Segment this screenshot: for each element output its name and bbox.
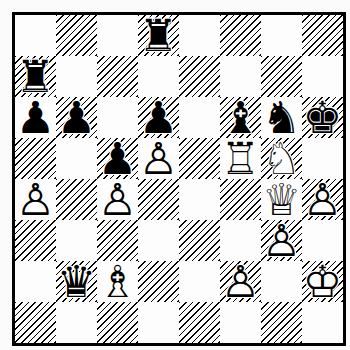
square-b5[interactable]	[56, 138, 97, 179]
square-h7[interactable]	[302, 56, 343, 97]
black-rook-glyph: ♜	[139, 14, 178, 58]
chess-diagram: ♜♜♜♜♟♟♟♟♟♟♝♝♞♞♚♚♟♟♟♙♜♖♞♘♟♙♟♙♛♕♟♙♟♙♛♛♝♗♟♙…	[0, 0, 350, 350]
piece-white-pawn[interactable]: ♟♙	[302, 179, 343, 220]
square-d7[interactable]	[138, 56, 179, 97]
board-frame: ♜♜♜♜♟♟♟♟♟♟♝♝♞♞♚♚♟♟♟♙♜♖♞♘♟♙♟♙♛♕♟♙♟♙♛♛♝♗♟♙…	[12, 12, 346, 346]
square-g4[interactable]: ♛♕	[261, 179, 302, 220]
square-e2[interactable]	[179, 261, 220, 302]
square-h5[interactable]	[302, 138, 343, 179]
square-c1[interactable]	[97, 302, 138, 343]
square-a1[interactable]	[15, 302, 56, 343]
square-f7[interactable]	[220, 56, 261, 97]
square-d8[interactable]: ♜♜	[138, 15, 179, 56]
square-g8[interactable]	[261, 15, 302, 56]
square-b6[interactable]: ♟♟	[56, 97, 97, 138]
square-b7[interactable]	[56, 56, 97, 97]
piece-white-pawn[interactable]: ♟♙	[261, 220, 302, 261]
square-b3[interactable]	[56, 220, 97, 261]
square-e4[interactable]	[179, 179, 220, 220]
square-c2[interactable]: ♝♗	[97, 261, 138, 302]
square-h1[interactable]	[302, 302, 343, 343]
white-rook-glyph: ♖	[221, 137, 260, 181]
square-e8[interactable]	[179, 15, 220, 56]
square-f5[interactable]: ♜♖	[220, 138, 261, 179]
white-pawn-glyph: ♙	[303, 178, 342, 222]
square-d6[interactable]: ♟♟	[138, 97, 179, 138]
piece-white-bishop[interactable]: ♝♗	[97, 261, 138, 302]
square-d3[interactable]	[138, 220, 179, 261]
piece-white-king[interactable]: ♚♔	[302, 261, 343, 302]
square-b8[interactable]	[56, 15, 97, 56]
square-h4[interactable]: ♟♙	[302, 179, 343, 220]
white-bishop-glyph: ♗	[98, 260, 137, 304]
square-f8[interactable]	[220, 15, 261, 56]
square-f4[interactable]	[220, 179, 261, 220]
square-a6[interactable]: ♟♟	[15, 97, 56, 138]
chess-board: ♜♜♜♜♟♟♟♟♟♟♝♝♞♞♚♚♟♟♟♙♜♖♞♘♟♙♟♙♛♕♟♙♟♙♛♛♝♗♟♙…	[15, 15, 343, 343]
square-e1[interactable]	[179, 302, 220, 343]
square-d5[interactable]: ♟♙	[138, 138, 179, 179]
square-c3[interactable]	[97, 220, 138, 261]
piece-white-pawn[interactable]: ♟♙	[138, 138, 179, 179]
white-pawn-glyph: ♙	[16, 178, 55, 222]
square-a8[interactable]	[15, 15, 56, 56]
piece-black-pawn[interactable]: ♟♟	[56, 97, 97, 138]
piece-black-pawn[interactable]: ♟♟	[97, 138, 138, 179]
piece-white-rook[interactable]: ♜♖	[220, 138, 261, 179]
square-c6[interactable]	[97, 97, 138, 138]
square-g5[interactable]: ♞♘	[261, 138, 302, 179]
square-d2[interactable]	[138, 261, 179, 302]
square-h8[interactable]	[302, 15, 343, 56]
piece-white-pawn[interactable]: ♟♙	[97, 179, 138, 220]
square-e3[interactable]	[179, 220, 220, 261]
white-pawn-glyph: ♙	[139, 137, 178, 181]
square-g2[interactable]	[261, 261, 302, 302]
square-h3[interactable]	[302, 220, 343, 261]
square-a3[interactable]	[15, 220, 56, 261]
square-f6[interactable]: ♝♝	[220, 97, 261, 138]
square-f2[interactable]: ♟♙	[220, 261, 261, 302]
black-king-glyph: ♚	[303, 96, 342, 140]
white-pawn-glyph: ♙	[98, 178, 137, 222]
square-h6[interactable]: ♚♚	[302, 97, 343, 138]
black-queen-glyph: ♛	[57, 260, 96, 304]
piece-black-rook[interactable]: ♜♜	[138, 15, 179, 56]
square-h2[interactable]: ♚♔	[302, 261, 343, 302]
square-g1[interactable]	[261, 302, 302, 343]
square-d1[interactable]	[138, 302, 179, 343]
piece-white-pawn[interactable]: ♟♙	[220, 261, 261, 302]
square-c8[interactable]	[97, 15, 138, 56]
square-d4[interactable]	[138, 179, 179, 220]
piece-black-queen[interactable]: ♛♛	[56, 261, 97, 302]
piece-black-king[interactable]: ♚♚	[302, 97, 343, 138]
square-a2[interactable]	[15, 261, 56, 302]
square-g7[interactable]	[261, 56, 302, 97]
square-g6[interactable]: ♞♞	[261, 97, 302, 138]
square-a4[interactable]: ♟♙	[15, 179, 56, 220]
piece-white-knight[interactable]: ♞♘	[261, 138, 302, 179]
square-a5[interactable]	[15, 138, 56, 179]
square-f3[interactable]	[220, 220, 261, 261]
white-pawn-glyph: ♙	[262, 219, 301, 263]
square-b1[interactable]	[56, 302, 97, 343]
square-g3[interactable]: ♟♙	[261, 220, 302, 261]
square-c7[interactable]	[97, 56, 138, 97]
square-e6[interactable]	[179, 97, 220, 138]
white-king-glyph: ♔	[303, 260, 342, 304]
square-c4[interactable]: ♟♙	[97, 179, 138, 220]
piece-black-knight[interactable]: ♞♞	[261, 97, 302, 138]
piece-black-pawn[interactable]: ♟♟	[138, 97, 179, 138]
square-b2[interactable]: ♛♛	[56, 261, 97, 302]
piece-black-rook[interactable]: ♜♜	[15, 56, 56, 97]
piece-black-pawn[interactable]: ♟♟	[15, 97, 56, 138]
square-e7[interactable]	[179, 56, 220, 97]
square-b4[interactable]	[56, 179, 97, 220]
square-f1[interactable]	[220, 302, 261, 343]
white-pawn-glyph: ♙	[221, 260, 260, 304]
square-a7[interactable]: ♜♜	[15, 56, 56, 97]
piece-black-bishop[interactable]: ♝♝	[220, 97, 261, 138]
piece-white-queen[interactable]: ♛♕	[261, 179, 302, 220]
square-e5[interactable]	[179, 138, 220, 179]
square-c5[interactable]: ♟♟	[97, 138, 138, 179]
black-pawn-glyph: ♟	[57, 96, 96, 140]
piece-white-pawn[interactable]: ♟♙	[15, 179, 56, 220]
black-pawn-glyph: ♟	[16, 96, 55, 140]
